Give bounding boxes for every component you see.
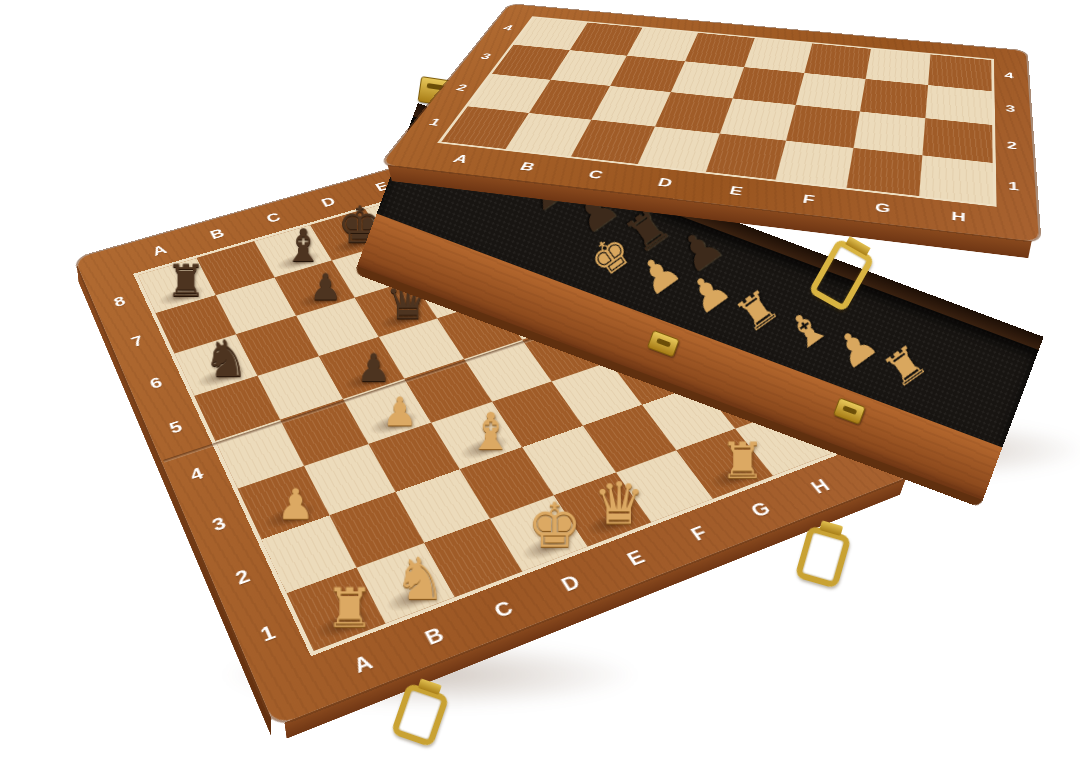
square-b7 [216, 278, 296, 335]
coordinate-label: B [184, 217, 251, 252]
coordinate-label: 2 [995, 125, 1029, 167]
coordinate-label: C [240, 201, 306, 235]
coordinate-label: 1 [236, 598, 300, 671]
lid-square-h1 [919, 155, 993, 204]
coordinate-label: 1 [996, 164, 1032, 211]
white-knight-icon: ♞ [393, 550, 445, 608]
case-lid-halfboard: ABCDEFGH 4321 4321 [436, 0, 1024, 268]
lid-square-c1 [571, 119, 655, 164]
square-c7: ♟ [275, 260, 355, 315]
piece-shadow [274, 249, 324, 274]
white-pawn-icon: ♟ [276, 483, 314, 525]
stored-light-rook-icon: ♜ [729, 282, 787, 341]
lid-square-a2 [468, 74, 551, 113]
black-bishop-icon: ♝ [283, 223, 323, 268]
lid-square-h3 [925, 85, 992, 125]
piece-shadow [377, 306, 429, 333]
piece-shadow [295, 285, 347, 311]
lid-square-f2 [786, 105, 860, 148]
stored-light-rook-icon: ♜ [876, 337, 934, 396]
white-pawn-icon: ♟ [381, 392, 417, 432]
black-knight-icon: ♞ [203, 334, 249, 385]
brass-clasp-icon [647, 330, 680, 358]
coordinate-label: 3 [995, 91, 1027, 129]
lid-square-g3 [860, 79, 928, 118]
lid-square-e1 [706, 133, 786, 179]
lid-square-d2 [655, 92, 733, 133]
lid-square-f1 [775, 140, 853, 187]
coordinate-label: 4 [994, 59, 1025, 93]
coordinate-label: A [126, 233, 194, 268]
piece-shadow [156, 283, 208, 309]
stored-light-bishop-icon: ♝ [778, 300, 836, 359]
lid-square-e2 [720, 98, 796, 140]
white-rook-icon: ♜ [325, 581, 374, 635]
square-c8: ♝ [254, 225, 332, 278]
lid-square-f3 [796, 73, 866, 112]
coordinate-label: D [296, 186, 361, 219]
white-king-icon: ♚ [527, 496, 582, 557]
black-pawn-icon: ♟ [309, 269, 342, 306]
lid-square-b1 [506, 113, 592, 157]
brass-clasp-icon [833, 397, 866, 425]
lid-square-g1 [847, 148, 923, 196]
lid-frame: ABCDEFGH 4321 4321 [381, 4, 1039, 242]
white-queen-icon: ♛ [593, 475, 645, 533]
black-rook-icon: ♜ [166, 259, 206, 303]
white-bishop-icon: ♝ [467, 406, 513, 457]
lid-square-d1 [638, 126, 720, 172]
coordinate-label: 8 [95, 278, 144, 326]
square-a8: ♜ [138, 258, 216, 313]
square-b8 [197, 241, 275, 295]
lid-square-h2 [922, 118, 992, 162]
stored-light-pawn-icon: ♟ [827, 319, 885, 378]
lid-square-g2 [854, 111, 926, 155]
black-pawn-icon: ♟ [356, 349, 391, 388]
white-rook-icon: ♜ [720, 436, 765, 486]
lid-rank-labels-right: 4321 [994, 59, 1032, 211]
stored-light-pawn-icon: ♟ [680, 263, 738, 322]
brass-ring-latch-right [794, 525, 851, 589]
